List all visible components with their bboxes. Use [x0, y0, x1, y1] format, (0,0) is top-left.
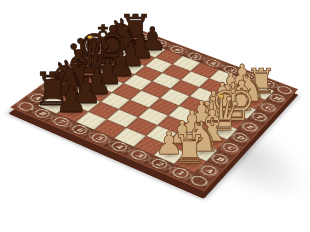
square-b4 — [126, 117, 157, 135]
square-b7 — [69, 94, 100, 111]
coord-label-A: A — [24, 90, 52, 106]
square-a6 — [76, 112, 107, 130]
square-d1 — [207, 121, 237, 139]
square-a5 — [95, 119, 127, 138]
square-e2 — [198, 104, 227, 121]
square-a4 — [114, 128, 146, 147]
square-b1 — [186, 142, 217, 162]
square-c5 — [119, 100, 149, 117]
square-b6 — [88, 102, 119, 120]
square-a3 — [134, 136, 166, 155]
square-a1 — [175, 153, 207, 173]
square-c4 — [138, 108, 168, 126]
square-a8 — [38, 96, 69, 114]
square-b2 — [166, 133, 197, 152]
queen-gold-crown-detail — [87, 36, 92, 39]
square-b3 — [146, 125, 177, 144]
square-e1 — [217, 111, 246, 129]
square-d3 — [168, 106, 198, 124]
square-d4 — [149, 98, 179, 115]
square-b8 — [51, 87, 82, 104]
square-b5 — [107, 110, 138, 128]
chess-set-product-photo: 87654321HHGGFFEEDDCCBBAA87654321 ♜♞♝♛♚♝♞… — [0, 0, 310, 232]
square-c3 — [157, 115, 187, 133]
board-3d-wrapper: 87654321HHGGFFEEDDCCBBAA87654321 — [10, 24, 298, 192]
square-c2 — [177, 123, 207, 142]
square-c6 — [100, 92, 130, 109]
square-c1 — [197, 131, 228, 150]
square-a7 — [57, 104, 88, 122]
square-d2 — [188, 113, 218, 131]
board-grid: 87654321HHGGFFEEDDCCBBAA87654321 — [10, 24, 298, 192]
square-a2 — [154, 144, 186, 164]
ornament-medallion: A — [24, 90, 52, 106]
